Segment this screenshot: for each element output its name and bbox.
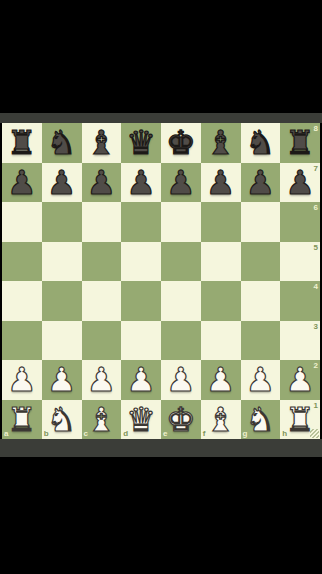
square-c5[interactable]	[82, 242, 122, 282]
square-a2[interactable]: ♟	[2, 360, 42, 400]
piece-black-king[interactable]: ♚	[161, 123, 201, 163]
square-b3[interactable]	[42, 321, 82, 361]
piece-white-pawn[interactable]: ♟	[201, 360, 241, 400]
square-c3[interactable]	[82, 321, 122, 361]
square-h7[interactable]: ♟7	[280, 163, 320, 203]
board-bottom-bar	[0, 439, 322, 457]
square-d4[interactable]	[121, 281, 161, 321]
piece-white-knight[interactable]: ♞	[42, 400, 82, 440]
square-a1[interactable]: ♜a	[2, 400, 42, 440]
square-b6[interactable]	[42, 202, 82, 242]
square-g2[interactable]: ♟	[241, 360, 281, 400]
square-b4[interactable]	[42, 281, 82, 321]
square-c1[interactable]: ♝c	[82, 400, 122, 440]
square-g7[interactable]: ♟	[241, 163, 281, 203]
square-c6[interactable]	[82, 202, 122, 242]
square-e6[interactable]	[161, 202, 201, 242]
piece-black-pawn[interactable]: ♟	[201, 163, 241, 203]
piece-white-bishop[interactable]: ♝	[201, 400, 241, 440]
piece-black-knight[interactable]: ♞	[42, 123, 82, 163]
square-e8[interactable]: ♚	[161, 123, 201, 163]
piece-black-pawn[interactable]: ♟	[280, 163, 320, 203]
square-e7[interactable]: ♟	[161, 163, 201, 203]
piece-white-rook[interactable]: ♜	[2, 400, 42, 440]
resize-handle-icon[interactable]	[310, 429, 319, 438]
piece-white-bishop[interactable]: ♝	[82, 400, 122, 440]
square-b5[interactable]	[42, 242, 82, 282]
rank-label-5: 5	[314, 244, 318, 252]
square-e2[interactable]: ♟	[161, 360, 201, 400]
rank-label-3: 3	[314, 323, 318, 331]
square-h2[interactable]: ♟2	[280, 360, 320, 400]
piece-white-pawn[interactable]: ♟	[121, 360, 161, 400]
square-e4[interactable]	[161, 281, 201, 321]
square-a3[interactable]	[2, 321, 42, 361]
piece-black-pawn[interactable]: ♟	[2, 163, 42, 203]
square-e3[interactable]	[161, 321, 201, 361]
square-g1[interactable]: ♞g	[241, 400, 281, 440]
piece-black-rook[interactable]: ♜	[2, 123, 42, 163]
square-c8[interactable]: ♝	[82, 123, 122, 163]
piece-black-queen[interactable]: ♛	[121, 123, 161, 163]
square-d8[interactable]: ♛	[121, 123, 161, 163]
square-f6[interactable]	[201, 202, 241, 242]
square-g8[interactable]: ♞	[241, 123, 281, 163]
square-g3[interactable]	[241, 321, 281, 361]
square-f3[interactable]	[201, 321, 241, 361]
square-h3[interactable]: 3	[280, 321, 320, 361]
piece-black-pawn[interactable]: ♟	[82, 163, 122, 203]
square-f4[interactable]	[201, 281, 241, 321]
square-f7[interactable]: ♟	[201, 163, 241, 203]
piece-white-queen[interactable]: ♛	[121, 400, 161, 440]
piece-black-pawn[interactable]: ♟	[42, 163, 82, 203]
square-d2[interactable]: ♟	[121, 360, 161, 400]
square-a7[interactable]: ♟	[2, 163, 42, 203]
piece-black-knight[interactable]: ♞	[241, 123, 281, 163]
square-f1[interactable]: ♝f	[201, 400, 241, 440]
chess-board: ♜♞♝♛♚♝♞♜8♟♟♟♟♟♟♟♟76543♟♟♟♟♟♟♟♟2♜a♞b♝c♛d♚…	[2, 123, 320, 439]
board-top-bar	[0, 113, 322, 123]
piece-white-pawn[interactable]: ♟	[2, 360, 42, 400]
piece-black-pawn[interactable]: ♟	[161, 163, 201, 203]
piece-white-pawn[interactable]: ♟	[280, 360, 320, 400]
rank-label-4: 4	[314, 283, 318, 291]
piece-white-king[interactable]: ♚	[161, 400, 201, 440]
square-c4[interactable]	[82, 281, 122, 321]
square-f8[interactable]: ♝	[201, 123, 241, 163]
piece-black-pawn[interactable]: ♟	[121, 163, 161, 203]
square-b7[interactable]: ♟	[42, 163, 82, 203]
square-b8[interactable]: ♞	[42, 123, 82, 163]
square-f2[interactable]: ♟	[201, 360, 241, 400]
square-e1[interactable]: ♚e	[161, 400, 201, 440]
square-g5[interactable]	[241, 242, 281, 282]
rank-label-6: 6	[314, 204, 318, 212]
square-a8[interactable]: ♜	[2, 123, 42, 163]
square-g6[interactable]	[241, 202, 281, 242]
square-c2[interactable]: ♟	[82, 360, 122, 400]
square-d1[interactable]: ♛d	[121, 400, 161, 440]
square-h5[interactable]: 5	[280, 242, 320, 282]
square-e5[interactable]	[161, 242, 201, 282]
piece-white-pawn[interactable]: ♟	[42, 360, 82, 400]
square-d3[interactable]	[121, 321, 161, 361]
piece-black-rook[interactable]: ♜	[280, 123, 320, 163]
piece-black-bishop[interactable]: ♝	[82, 123, 122, 163]
square-d6[interactable]	[121, 202, 161, 242]
piece-white-pawn[interactable]: ♟	[161, 360, 201, 400]
square-b2[interactable]: ♟	[42, 360, 82, 400]
square-a6[interactable]	[2, 202, 42, 242]
piece-black-pawn[interactable]: ♟	[241, 163, 281, 203]
piece-white-pawn[interactable]: ♟	[82, 360, 122, 400]
square-f5[interactable]	[201, 242, 241, 282]
square-g4[interactable]	[241, 281, 281, 321]
square-h4[interactable]: 4	[280, 281, 320, 321]
piece-black-bishop[interactable]: ♝	[201, 123, 241, 163]
piece-white-knight[interactable]: ♞	[241, 400, 281, 440]
square-h8[interactable]: ♜8	[280, 123, 320, 163]
square-b1[interactable]: ♞b	[42, 400, 82, 440]
square-h6[interactable]: 6	[280, 202, 320, 242]
page-background: ♜♞♝♛♚♝♞♜8♟♟♟♟♟♟♟♟76543♟♟♟♟♟♟♟♟2♜a♞b♝c♛d♚…	[0, 0, 322, 574]
square-a5[interactable]	[2, 242, 42, 282]
square-d5[interactable]	[121, 242, 161, 282]
square-c7[interactable]: ♟	[82, 163, 122, 203]
square-a4[interactable]	[2, 281, 42, 321]
square-d7[interactable]: ♟	[121, 163, 161, 203]
piece-white-pawn[interactable]: ♟	[241, 360, 281, 400]
